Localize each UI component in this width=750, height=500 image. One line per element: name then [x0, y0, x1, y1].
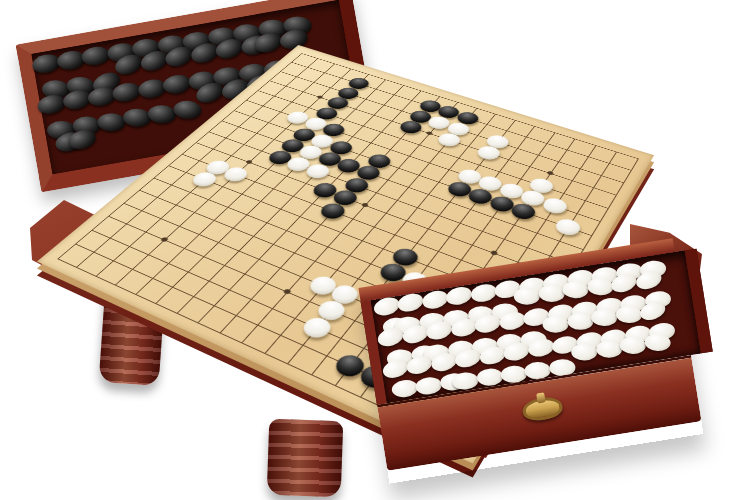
loose-white-stone[interactable] — [445, 285, 474, 308]
loose-white-stone[interactable] — [476, 368, 503, 387]
loose-white-stone[interactable] — [538, 284, 564, 301]
loose-white-stone[interactable] — [390, 379, 418, 399]
loose-white-stone[interactable] — [620, 337, 647, 355]
loose-white-stone[interactable] — [591, 309, 618, 327]
loose-black-stone[interactable] — [98, 113, 126, 131]
loose-white-stone[interactable] — [543, 316, 569, 333]
loose-black-stone[interactable] — [173, 101, 202, 120]
loose-white-stone[interactable] — [452, 371, 479, 390]
loose-black-stone[interactable] — [123, 109, 151, 127]
loose-black-stone[interactable] — [148, 105, 177, 124]
loose-black-stone[interactable] — [162, 74, 192, 96]
drawer-handle-plate — [536, 392, 545, 403]
drawer-handle[interactable] — [521, 395, 564, 423]
table-leg-front — [267, 419, 344, 498]
loose-white-stone[interactable] — [615, 305, 642, 323]
loose-white-stone[interactable] — [469, 281, 498, 304]
loose-white-stone[interactable] — [420, 288, 450, 311]
loose-white-stone[interactable] — [415, 376, 443, 396]
loose-white-stone[interactable] — [596, 340, 622, 357]
loose-white-stone[interactable] — [567, 312, 593, 329]
white-stone[interactable] — [553, 216, 584, 237]
loose-white-stone[interactable] — [644, 333, 671, 351]
loose-white-stone[interactable] — [514, 288, 540, 305]
go-table-product-photo — [0, 0, 750, 500]
leg-ridges — [267, 419, 344, 498]
loose-white-stone[interactable] — [563, 281, 590, 299]
loose-black-stone[interactable] — [81, 45, 111, 67]
loose-white-stone[interactable] — [572, 344, 598, 361]
loose-white-stone[interactable] — [587, 277, 614, 295]
